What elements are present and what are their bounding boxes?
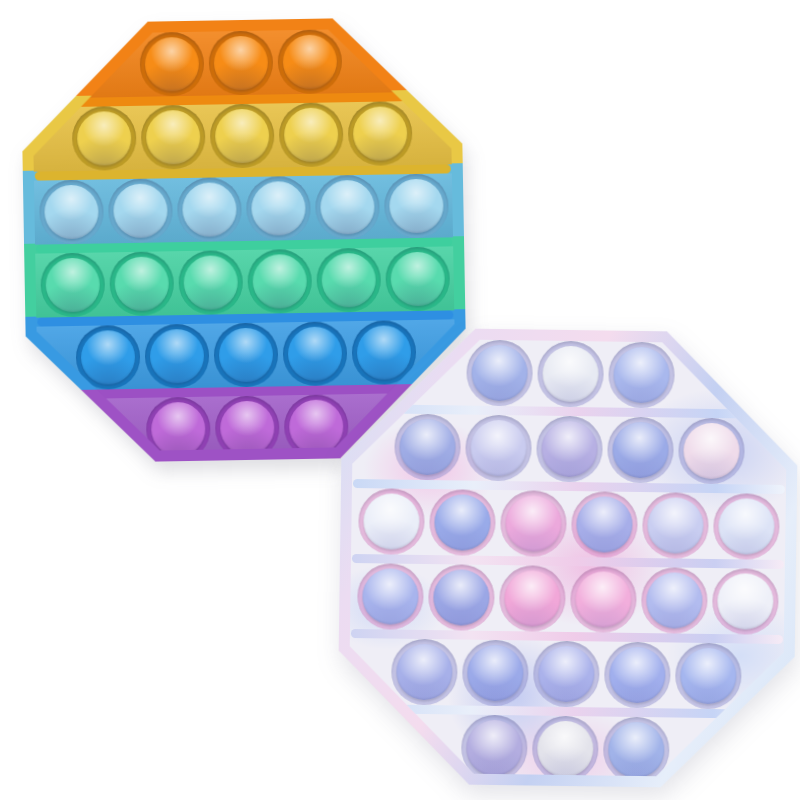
rainbow-bubble-r3-c3[interactable] — [181, 182, 236, 237]
rainbow-bubble-r4-c6[interactable] — [390, 252, 445, 307]
pastel-bubble-well-r6-c2 — [532, 716, 599, 783]
rainbow-bubble-r6-c1[interactable] — [151, 402, 206, 457]
pastel-bubble-well-r2-c5 — [678, 418, 745, 485]
pastel-bubble-well-r4-c1 — [356, 563, 423, 630]
rainbow-bubble-well-r4-c1 — [40, 252, 105, 317]
pastel-bubble-r1-c2[interactable] — [542, 346, 599, 403]
rainbow-bubble-r3-c4[interactable] — [250, 181, 305, 236]
pastel-bubble-r3-c6[interactable] — [718, 498, 775, 555]
pastel-row-2-band — [352, 413, 787, 485]
rainbow-bubble-well-r5-c3 — [213, 322, 278, 387]
rainbow-bubble-well-r4-c3 — [178, 250, 243, 315]
rainbow-bubble-r3-c2[interactable] — [113, 183, 168, 238]
pastel-bubble-r5-c3[interactable] — [538, 646, 595, 703]
rainbow-bubble-r5-c3[interactable] — [219, 328, 274, 383]
rainbow-bubble-well-r3-c6 — [383, 173, 448, 238]
rainbow-bubble-well-r3-c4 — [245, 176, 310, 241]
rainbow-row-3-band — [34, 173, 453, 244]
pastel-bubble-well-r4-c4 — [569, 566, 636, 633]
rainbow-bubble-well-r5-c2 — [144, 324, 209, 389]
rainbow-bubble-r1-c1[interactable] — [144, 37, 199, 92]
rainbow-bubble-r4-c5[interactable] — [321, 253, 376, 308]
pastel-bubble-well-r3-c2 — [429, 489, 496, 556]
rainbow-bubble-r4-c3[interactable] — [183, 255, 238, 310]
rainbow-bubble-well-r5-c4 — [282, 321, 347, 386]
rainbow-bubble-r2-c3[interactable] — [215, 109, 270, 164]
rainbow-bubble-r6-c2[interactable] — [220, 401, 275, 456]
pastel-bubble-well-r1-c3 — [608, 342, 675, 409]
rainbow-bubble-r5-c1[interactable] — [81, 330, 136, 385]
pastel-bubble-well-r3-c1 — [358, 488, 425, 555]
rainbow-bubble-r4-c2[interactable] — [114, 256, 169, 311]
pastel-bubble-well-r4-c3 — [498, 565, 565, 632]
rainbow-bubble-r3-c6[interactable] — [388, 179, 443, 234]
pastel-bubble-r2-c4[interactable] — [612, 422, 669, 479]
pastel-bubble-r5-c1[interactable] — [396, 644, 453, 701]
pastel-tray — [348, 338, 788, 778]
rainbow-bubble-well-r5-c1 — [75, 325, 140, 390]
pastel-bubble-r2-c3[interactable] — [541, 421, 598, 478]
pastel-bubble-well-r1-c2 — [537, 341, 604, 408]
rainbow-bubble-r3-c1[interactable] — [44, 185, 99, 240]
pastel-bubble-well-r3-c4 — [571, 491, 638, 558]
rainbow-bubble-well-r4-c5 — [316, 248, 381, 313]
rainbow-bubble-r4-c1[interactable] — [45, 258, 100, 313]
rainbow-bubble-r5-c4[interactable] — [288, 326, 343, 381]
pastel-row-4-band — [350, 563, 785, 635]
rainbow-bubble-r6-c3[interactable] — [289, 399, 344, 454]
rainbow-bubble-well-r1-c3 — [277, 29, 342, 94]
rainbow-bubble-r2-c2[interactable] — [146, 110, 201, 165]
pastel-bubble-well-r4-c6 — [711, 568, 778, 635]
pastel-bubble-r6-c3[interactable] — [608, 722, 665, 779]
pastel-bubble-well-r5-c2 — [462, 640, 529, 707]
photo-stage — [0, 0, 800, 800]
rainbow-bubble-well-r6-c2 — [215, 395, 280, 460]
rainbow-bubble-well-r6-c3 — [284, 394, 349, 459]
pastel-octagon-shell — [337, 327, 799, 789]
rainbow-bubble-well-r2-c5 — [348, 101, 413, 166]
rainbow-bubble-r3-c5[interactable] — [319, 180, 374, 235]
pastel-bubble-r5-c2[interactable] — [467, 645, 524, 702]
rainbow-bubble-well-r3-c3 — [176, 177, 241, 242]
rainbow-bubble-well-r4-c2 — [109, 251, 174, 316]
pastel-bubble-r4-c5[interactable] — [646, 572, 703, 629]
rainbow-row-1-band — [31, 27, 450, 98]
rainbow-bubble-well-r6-c1 — [146, 397, 211, 462]
rainbow-row-2-band — [33, 100, 452, 171]
pastel-bubble-r3-c5[interactable] — [647, 497, 704, 554]
pastel-bubble-well-r2-c1 — [394, 414, 461, 481]
pastel-bubble-r2-c5[interactable] — [683, 423, 740, 480]
pastel-bubble-r4-c1[interactable] — [362, 568, 419, 625]
rainbow-bubble-well-r4-c4 — [247, 249, 312, 314]
rainbow-bubble-well-r3-c2 — [107, 178, 172, 243]
rainbow-bubble-r2-c1[interactable] — [77, 111, 132, 166]
pastel-bubble-r3-c4[interactable] — [576, 496, 633, 553]
pastel-bubble-well-r3-c3 — [500, 490, 567, 557]
pastel-bubble-well-r4-c2 — [427, 564, 494, 631]
pastel-bubble-well-r5-c4 — [604, 642, 671, 709]
rainbow-bubble-r1-c2[interactable] — [213, 36, 268, 91]
pastel-bubble-r3-c1[interactable] — [363, 493, 420, 550]
rainbow-bubble-r4-c4[interactable] — [252, 254, 307, 309]
rainbow-bubble-r2-c4[interactable] — [284, 107, 339, 162]
rainbow-bubble-well-r2-c2 — [141, 105, 206, 170]
pastel-bubble-r4-c2[interactable] — [433, 569, 490, 626]
pastel-row-1-band — [353, 338, 788, 410]
popit-pastel — [337, 327, 799, 789]
pastel-bubble-r6-c2[interactable] — [537, 721, 594, 778]
pastel-bubble-well-r1-c1 — [466, 340, 533, 407]
pastel-bubble-r6-c1[interactable] — [466, 720, 523, 777]
pastel-bubble-r3-c3[interactable] — [505, 495, 562, 552]
pastel-bubble-r2-c1[interactable] — [399, 419, 456, 476]
rainbow-row-4-band — [35, 246, 454, 317]
pastel-bubble-well-r2-c4 — [607, 417, 674, 484]
pastel-bubble-well-r6-c3 — [603, 717, 670, 784]
pastel-row-6-band — [348, 713, 783, 785]
rainbow-bubble-well-r3-c1 — [38, 179, 103, 244]
rainbow-bubble-r5-c2[interactable] — [150, 329, 205, 384]
pastel-bubble-well-r2-c3 — [536, 416, 603, 483]
pastel-bubble-well-r5-c1 — [391, 639, 458, 706]
pastel-bubble-r3-c2[interactable] — [434, 494, 491, 551]
pastel-bubble-r1-c1[interactable] — [471, 345, 528, 402]
pastel-bubble-well-r6-c1 — [461, 715, 528, 782]
rainbow-bubble-well-r1-c2 — [208, 30, 273, 95]
rainbow-bubble-well-r2-c1 — [72, 106, 137, 171]
rainbow-bubble-well-r3-c5 — [314, 175, 379, 240]
pastel-bubble-well-r5-c3 — [533, 641, 600, 708]
rainbow-bubble-well-r2-c4 — [279, 102, 344, 167]
pastel-bubble-r4-c4[interactable] — [575, 571, 632, 628]
pastel-bubble-well-r2-c2 — [465, 415, 532, 482]
pastel-bubble-well-r3-c5 — [642, 492, 709, 559]
rainbow-bubble-r2-c5[interactable] — [353, 106, 408, 161]
pastel-bubble-r1-c3[interactable] — [613, 347, 670, 404]
pastel-bubble-r2-c2[interactable] — [470, 420, 527, 477]
rainbow-bubble-well-r2-c3 — [210, 103, 275, 168]
pastel-bubble-well-r5-c5 — [675, 643, 742, 710]
pastel-bubble-well-r4-c5 — [640, 567, 707, 634]
pastel-bubble-well-r3-c6 — [712, 493, 779, 560]
pastel-bubble-r4-c3[interactable] — [504, 570, 561, 627]
pastel-bubble-r5-c4[interactable] — [609, 647, 666, 704]
rainbow-bubble-r1-c3[interactable] — [282, 34, 337, 89]
pastel-bubble-r4-c6[interactable] — [717, 573, 774, 630]
pastel-row-3-band — [351, 488, 786, 560]
pastel-row-5-band — [349, 638, 784, 710]
rainbow-bubble-well-r1-c1 — [139, 32, 204, 97]
pastel-bubble-r5-c5[interactable] — [680, 648, 737, 705]
rainbow-bubble-well-r4-c6 — [385, 246, 450, 311]
